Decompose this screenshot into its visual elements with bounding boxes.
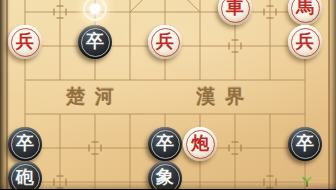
piece-character: 卒 — [156, 134, 174, 152]
piece-ring: 炮 — [186, 130, 215, 159]
piece-black-soldier[interactable]: 卒 — [288, 127, 322, 161]
piece-character: 車 — [226, 0, 244, 16]
piece-ring: 兵 — [151, 28, 180, 57]
river-label-han-border: 漢界 — [196, 84, 254, 108]
piece-black-soldier[interactable]: 卒 — [8, 127, 42, 161]
piece-character: 卒 — [296, 134, 314, 152]
piece-black-soldier[interactable]: 卒 — [148, 127, 182, 161]
piece-character: 兵 — [156, 32, 174, 50]
xiangqi-board: 楚河 漢界 車馬兵卒兵兵卒卒炮卒砲象 — [0, 0, 336, 189]
piece-red-soldier[interactable]: 兵 — [288, 25, 322, 59]
piece-character: 炮 — [191, 134, 209, 152]
piece-ring: 卒 — [81, 28, 110, 57]
piece-black-soldier[interactable]: 卒 — [78, 25, 112, 59]
piece-character: 卒 — [16, 134, 34, 152]
piece-ring: 卒 — [11, 130, 40, 159]
piece-character: 馬 — [296, 0, 314, 16]
piece-character: 砲 — [16, 168, 34, 186]
piece-ring: 卒 — [291, 130, 320, 159]
piece-ring: 車 — [221, 0, 250, 23]
piece-black-elephant[interactable]: 象 — [148, 161, 182, 189]
piece-ring: 砲 — [11, 164, 40, 190]
piece-ring: 兵 — [291, 28, 320, 57]
piece-character: 象 — [156, 168, 174, 186]
piece-character: 兵 — [16, 32, 34, 50]
piece-ring: 象 — [151, 164, 180, 190]
piece-red-cannon[interactable]: 炮 — [183, 127, 217, 161]
sprout-icon — [300, 174, 314, 188]
river-label-chu-river: 楚河 — [66, 84, 124, 108]
piece-black-cannon[interactable]: 砲 — [8, 161, 42, 189]
piece-ring: 兵 — [11, 28, 40, 57]
piece-character: 卒 — [86, 32, 104, 50]
piece-ring: 卒 — [151, 130, 180, 159]
piece-ring: 馬 — [291, 0, 320, 23]
piece-red-soldier[interactable]: 兵 — [148, 25, 182, 59]
piece-red-soldier[interactable]: 兵 — [8, 25, 42, 59]
piece-character: 兵 — [296, 32, 314, 50]
